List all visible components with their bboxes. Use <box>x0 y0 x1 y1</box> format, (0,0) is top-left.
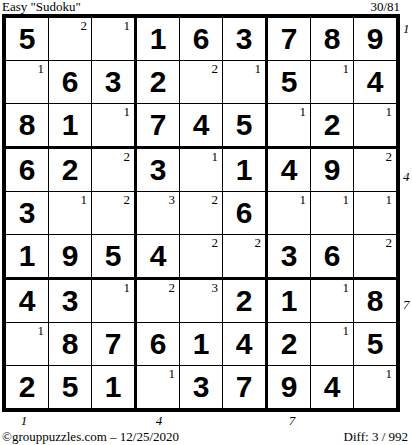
pencil-mark: 1 <box>386 192 393 207</box>
cell-r8c4[interactable]: 6 <box>137 323 180 366</box>
given-digit: 8 <box>62 329 79 359</box>
cell-r6c4[interactable]: 4 <box>137 235 180 280</box>
pencil-mark: 1 <box>300 192 307 207</box>
cell-r3c3[interactable]: 1 <box>92 104 137 149</box>
pencil-mark: 2 <box>212 61 219 76</box>
cell-r8c1[interactable]: 1 <box>6 323 49 366</box>
cell-r5c3[interactable]: 2 <box>92 192 137 235</box>
pencil-mark: 2 <box>386 235 393 250</box>
cell-r6c5[interactable]: 2 <box>180 235 223 280</box>
given-digit: 6 <box>62 67 79 97</box>
cell-r9c8[interactable]: 4 <box>311 366 354 408</box>
pencil-mark: 2 <box>124 149 131 164</box>
cell-r2c9[interactable]: 4 <box>354 61 396 104</box>
pencil-mark: 2 <box>386 149 393 164</box>
given-digit: 2 <box>62 155 79 185</box>
pencil-mark: 1 <box>343 192 350 207</box>
pencil-mark: 1 <box>343 280 350 295</box>
given-digit: 5 <box>19 24 36 54</box>
given-digit: 1 <box>105 372 122 402</box>
given-digit: 3 <box>105 67 122 97</box>
cell-r3c8[interactable]: 2 <box>311 104 354 149</box>
given-digit: 1 <box>62 110 79 140</box>
cell-r5c6[interactable]: 6 <box>223 192 268 235</box>
cell-r1c4[interactable]: 1 <box>137 18 180 61</box>
given-digit: 6 <box>19 155 36 185</box>
given-digit: 4 <box>193 110 210 140</box>
cell-r2c3[interactable]: 3 <box>92 61 137 104</box>
pencil-mark: 1 <box>38 61 45 76</box>
cell-r3c1[interactable]: 8 <box>6 104 49 149</box>
col-label-4: 4 <box>156 414 163 427</box>
given-digit: 6 <box>324 241 341 271</box>
row-label-4: 4 <box>403 170 410 183</box>
given-digit: 9 <box>324 155 341 185</box>
given-digit: 7 <box>236 372 253 402</box>
cell-r5c1[interactable]: 3 <box>6 192 49 235</box>
cell-r7c8[interactable]: 1 <box>311 280 354 323</box>
cell-r7c3[interactable]: 1 <box>92 280 137 323</box>
progress-counter: 30/81 <box>370 0 400 13</box>
cell-r2c2[interactable]: 6 <box>49 61 92 104</box>
cell-r1c6[interactable]: 3 <box>223 18 268 61</box>
cell-r8c9[interactable]: 5 <box>354 323 396 366</box>
cell-r7c4[interactable]: 2 <box>137 280 180 323</box>
difficulty-text: Diff: 3 / 992 <box>344 430 408 444</box>
given-digit: 4 <box>281 155 298 185</box>
cell-r2c5[interactable]: 2 <box>180 61 223 104</box>
given-digit: 2 <box>236 286 253 316</box>
cell-r7c1[interactable]: 4 <box>6 280 49 323</box>
cell-r1c7[interactable]: 7 <box>268 18 311 61</box>
cell-r7c5[interactable]: 3 <box>180 280 223 323</box>
pencil-mark: 2 <box>81 18 88 33</box>
given-digit: 8 <box>324 24 341 54</box>
cell-r9c3[interactable]: 1 <box>92 366 137 408</box>
cell-r3c4[interactable]: 7 <box>137 104 180 149</box>
cell-r6c8[interactable]: 6 <box>311 235 354 280</box>
given-digit: 6 <box>150 329 167 359</box>
cell-r3c6[interactable]: 5 <box>223 104 268 149</box>
cell-r4c6[interactable]: 1 <box>223 149 268 192</box>
cell-r8c7[interactable]: 2 <box>268 323 311 366</box>
header: Easy "Sudoku" 30/81 <box>2 0 400 14</box>
cell-r2c4[interactable]: 2 <box>137 61 180 104</box>
cell-r9c2[interactable]: 5 <box>49 366 92 408</box>
cell-r9c9[interactable]: 1 <box>354 366 396 408</box>
pencil-mark: 1 <box>81 192 88 207</box>
given-digit: 3 <box>281 241 298 271</box>
pencil-mark: 1 <box>212 149 219 164</box>
cell-r8c5[interactable]: 1 <box>180 323 223 366</box>
given-digit: 9 <box>281 372 298 402</box>
cell-r6c1[interactable]: 1 <box>6 235 49 280</box>
cell-r7c6[interactable]: 2 <box>223 280 268 323</box>
cell-r2c8[interactable]: 1 <box>311 61 354 104</box>
cell-r9c1[interactable]: 2 <box>6 366 49 408</box>
cell-r5c7[interactable]: 1 <box>268 192 311 235</box>
given-digit: 3 <box>193 372 210 402</box>
footer: ©grouppuzzles.com – 12/25/2020 Diff: 3 /… <box>2 430 408 444</box>
copyright-text: ©grouppuzzles.com – 12/25/2020 <box>2 430 179 444</box>
given-digit: 9 <box>62 241 79 271</box>
pencil-mark: 2 <box>255 235 262 250</box>
given-digit: 3 <box>236 24 253 54</box>
cell-r6c3[interactable]: 5 <box>92 235 137 280</box>
cell-r2c7[interactable]: 5 <box>268 61 311 104</box>
cell-r8c8[interactable]: 1 <box>311 323 354 366</box>
pencil-mark: 1 <box>300 104 307 119</box>
cell-r3c7[interactable]: 1 <box>268 104 311 149</box>
cell-r4c8[interactable]: 9 <box>311 149 354 192</box>
cell-r7c2[interactable]: 3 <box>49 280 92 323</box>
cell-r1c9[interactable]: 9 <box>354 18 396 61</box>
cell-r5c5[interactable]: 2 <box>180 192 223 235</box>
given-digit: 7 <box>150 110 167 140</box>
given-digit: 1 <box>150 24 167 54</box>
pencil-mark: 3 <box>212 280 219 295</box>
puzzle-page: Easy "Sudoku" 30/81 52116378916322151481… <box>0 0 412 445</box>
given-digit: 5 <box>62 372 79 402</box>
pencil-mark: 1 <box>169 366 176 381</box>
given-digit: 7 <box>281 24 298 54</box>
given-digit: 4 <box>236 329 253 359</box>
given-digit: 5 <box>236 110 253 140</box>
row-label-1: 1 <box>403 22 410 35</box>
cell-r1c1[interactable]: 5 <box>6 18 49 61</box>
given-digit: 5 <box>105 241 122 271</box>
given-digit: 4 <box>324 372 341 402</box>
pencil-mark: 1 <box>343 61 350 76</box>
cell-r2c6[interactable]: 1 <box>223 61 268 104</box>
cell-r1c3[interactable]: 1 <box>92 18 137 61</box>
cell-r9c5[interactable]: 3 <box>180 366 223 408</box>
pencil-mark: 2 <box>212 235 219 250</box>
given-digit: 5 <box>281 67 298 97</box>
cell-r5c8[interactable]: 1 <box>311 192 354 235</box>
given-digit: 6 <box>193 24 210 54</box>
cell-r5c2[interactable]: 1 <box>49 192 92 235</box>
pencil-mark: 2 <box>124 192 131 207</box>
cell-r4c3[interactable]: 2 <box>92 149 137 192</box>
given-digit: 2 <box>281 329 298 359</box>
pencil-mark: 1 <box>124 104 131 119</box>
cell-r8c3[interactable]: 7 <box>92 323 137 366</box>
pencil-mark: 1 <box>38 323 45 338</box>
given-digit: 2 <box>150 67 167 97</box>
given-digit: 4 <box>367 67 384 97</box>
cell-r5c4[interactable]: 3 <box>137 192 180 235</box>
cell-r1c8[interactable]: 8 <box>311 18 354 61</box>
cell-r4c2[interactable]: 2 <box>49 149 92 192</box>
given-digit: 4 <box>19 286 36 316</box>
given-digit: 1 <box>193 329 210 359</box>
pencil-mark: 1 <box>255 61 262 76</box>
given-digit: 5 <box>367 329 384 359</box>
cell-r9c4[interactable]: 1 <box>137 366 180 408</box>
cell-r6c2[interactable]: 9 <box>49 235 92 280</box>
cell-r3c2[interactable]: 1 <box>49 104 92 149</box>
given-digit: 4 <box>150 241 167 271</box>
cell-r4c4[interactable]: 3 <box>137 149 180 192</box>
cell-r6c7[interactable]: 3 <box>268 235 311 280</box>
col-label-1: 1 <box>21 414 28 427</box>
pencil-mark: 1 <box>124 280 131 295</box>
cell-r7c9[interactable]: 8 <box>354 280 396 323</box>
given-digit: 9 <box>367 24 384 54</box>
pencil-mark: 1 <box>386 366 393 381</box>
pencil-mark: 1 <box>386 104 393 119</box>
cell-r9c6[interactable]: 7 <box>223 366 268 408</box>
cell-r4c5[interactable]: 1 <box>180 149 223 192</box>
given-digit: 2 <box>324 110 341 140</box>
given-digit: 3 <box>62 286 79 316</box>
pencil-mark: 2 <box>212 192 219 207</box>
cell-r4c1[interactable]: 6 <box>6 149 49 192</box>
given-digit: 8 <box>367 286 384 316</box>
cell-r6c6[interactable]: 2 <box>223 235 268 280</box>
cell-r7c7[interactable]: 1 <box>268 280 311 323</box>
given-digit: 3 <box>19 198 36 228</box>
cell-r8c6[interactable]: 4 <box>223 323 268 366</box>
given-digit: 3 <box>150 155 167 185</box>
pencil-mark: 2 <box>169 280 176 295</box>
given-digit: 1 <box>281 286 298 316</box>
given-digit: 2 <box>19 372 36 402</box>
cell-r1c2[interactable]: 2 <box>49 18 92 61</box>
puzzle-title: Easy "Sudoku" <box>2 0 81 13</box>
pencil-mark: 3 <box>169 192 176 207</box>
given-digit: 7 <box>105 329 122 359</box>
cell-r5c9[interactable]: 1 <box>354 192 396 235</box>
cell-r4c9[interactable]: 2 <box>354 149 396 192</box>
cell-r4c7[interactable]: 4 <box>268 149 311 192</box>
given-digit: 8 <box>19 110 36 140</box>
cell-r8c2[interactable]: 8 <box>49 323 92 366</box>
col-label-7: 7 <box>289 414 296 427</box>
sudoku-board: 5211637891632215148117451216223114923123… <box>2 14 400 412</box>
pencil-mark: 1 <box>124 18 131 33</box>
given-digit: 1 <box>19 241 36 271</box>
pencil-mark: 1 <box>343 323 350 338</box>
cell-r2c1[interactable]: 1 <box>6 61 49 104</box>
cell-r3c5[interactable]: 4 <box>180 104 223 149</box>
cell-r6c9[interactable]: 2 <box>354 235 396 280</box>
cell-r3c9[interactable]: 1 <box>354 104 396 149</box>
given-digit: 6 <box>236 198 253 228</box>
cell-r9c7[interactable]: 9 <box>268 366 311 408</box>
row-label-7: 7 <box>403 298 410 311</box>
given-digit: 1 <box>236 155 253 185</box>
cell-r1c5[interactable]: 6 <box>180 18 223 61</box>
